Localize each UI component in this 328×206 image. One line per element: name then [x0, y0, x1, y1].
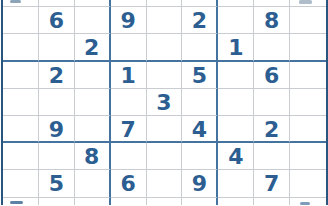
cell-r8c9[interactable]	[290, 170, 326, 197]
cell-r8c6[interactable]: 9	[182, 170, 218, 197]
cell-r6c1[interactable]	[3, 116, 39, 143]
cropped-digit-sliver-r1c1	[10, 0, 21, 3]
given-digit: 1	[120, 64, 135, 86]
cell-r9c2[interactable]	[39, 198, 75, 206]
cell-r4c4[interactable]: 1	[111, 62, 147, 89]
cell-r7c1[interactable]	[3, 143, 39, 170]
cell-r4c8[interactable]: 6	[254, 62, 290, 89]
cell-r5c7[interactable]	[218, 89, 254, 116]
given-digit: 4	[228, 146, 243, 168]
cell-r7c8[interactable]	[254, 143, 290, 170]
given-digit: 5	[49, 173, 64, 195]
given-digit: 6	[49, 10, 64, 32]
cell-r5c5[interactable]: 3	[147, 89, 183, 116]
cell-r5c9[interactable]	[290, 89, 326, 116]
cell-r4c2[interactable]: 2	[39, 62, 75, 89]
cell-r8c7[interactable]	[218, 170, 254, 197]
cell-r4c3[interactable]	[75, 62, 111, 89]
cell-r7c3[interactable]: 8	[75, 143, 111, 170]
cell-r7c9[interactable]	[290, 143, 326, 170]
cell-r2c7[interactable]	[218, 7, 254, 34]
cell-r9c7[interactable]	[218, 198, 254, 206]
cell-r2c3[interactable]	[75, 7, 111, 34]
cell-r7c7[interactable]: 4	[218, 143, 254, 170]
cell-r6c8[interactable]: 2	[254, 116, 290, 143]
given-digit: 9	[49, 118, 64, 140]
cell-r6c5[interactable]	[147, 116, 183, 143]
cell-r7c4[interactable]	[111, 143, 147, 170]
sudoku-screenshot: 692821215639742845697	[0, 0, 328, 205]
given-digit: 2	[192, 10, 207, 32]
given-digit: 9	[120, 10, 135, 32]
sudoku-board: 692821215639742845697	[1, 0, 328, 205]
cell-r7c6[interactable]	[182, 143, 218, 170]
cell-r1c4[interactable]	[111, 0, 147, 7]
cell-r2c4[interactable]: 9	[111, 7, 147, 34]
cell-r4c7[interactable]	[218, 62, 254, 89]
cell-r4c5[interactable]	[147, 62, 183, 89]
given-digit: 2	[84, 36, 99, 58]
cell-r3c1[interactable]	[3, 34, 39, 61]
given-digit: 4	[192, 118, 207, 140]
cell-r1c6[interactable]	[182, 0, 218, 7]
cell-r4c1[interactable]	[3, 62, 39, 89]
cell-r6c7[interactable]	[218, 116, 254, 143]
given-digit: 8	[84, 146, 99, 168]
cell-r1c7[interactable]	[218, 0, 254, 7]
cell-r8c2[interactable]: 5	[39, 170, 75, 197]
cell-r3c2[interactable]	[39, 34, 75, 61]
cell-r1c8[interactable]	[254, 0, 290, 7]
cell-r6c2[interactable]: 9	[39, 116, 75, 143]
cell-r5c1[interactable]	[3, 89, 39, 116]
cell-r8c5[interactable]	[147, 170, 183, 197]
cell-r9c5[interactable]	[147, 198, 183, 206]
cell-r2c8[interactable]: 8	[254, 7, 290, 34]
cell-r5c8[interactable]	[254, 89, 290, 116]
given-digit: 5	[192, 64, 207, 86]
cell-r9c6[interactable]	[182, 198, 218, 206]
given-digit: 2	[264, 118, 279, 140]
cell-r4c9[interactable]	[290, 62, 326, 89]
cell-r1c2[interactable]	[39, 0, 75, 7]
cell-r3c7[interactable]: 1	[218, 34, 254, 61]
cell-r9c8[interactable]	[254, 198, 290, 206]
cell-r1c5[interactable]	[147, 0, 183, 7]
cell-r2c9[interactable]	[290, 7, 326, 34]
given-digit: 7	[264, 173, 279, 195]
cropped-digit-sliver-r9c9	[300, 202, 310, 205]
cell-r2c1[interactable]	[3, 7, 39, 34]
cell-r2c2[interactable]: 6	[39, 7, 75, 34]
cell-r7c2[interactable]	[39, 143, 75, 170]
cell-r6c4[interactable]: 7	[111, 116, 147, 143]
given-digit: 3	[156, 91, 171, 113]
given-digit: 1	[228, 36, 243, 58]
cell-r3c6[interactable]	[182, 34, 218, 61]
cell-r3c3[interactable]: 2	[75, 34, 111, 61]
given-digit: 2	[49, 64, 64, 86]
given-digit: 8	[264, 10, 279, 32]
cell-r9c4[interactable]	[111, 198, 147, 206]
cell-r8c8[interactable]: 7	[254, 170, 290, 197]
cell-r6c6[interactable]: 4	[182, 116, 218, 143]
given-digit: 9	[192, 173, 207, 195]
cropped-digit-sliver-r9c1	[10, 201, 23, 204]
cell-r1c3[interactable]	[75, 0, 111, 7]
cell-r8c3[interactable]	[75, 170, 111, 197]
cell-r8c1[interactable]	[3, 170, 39, 197]
cell-r7c5[interactable]	[147, 143, 183, 170]
cell-r3c9[interactable]	[290, 34, 326, 61]
cell-r3c5[interactable]	[147, 34, 183, 61]
cell-r4c6[interactable]: 5	[182, 62, 218, 89]
cell-r8c4[interactable]: 6	[111, 170, 147, 197]
cell-r3c4[interactable]	[111, 34, 147, 61]
given-digit: 7	[120, 118, 135, 140]
cell-r2c6[interactable]: 2	[182, 7, 218, 34]
cell-r2c5[interactable]	[147, 7, 183, 34]
cell-r6c3[interactable]	[75, 116, 111, 143]
cell-r5c4[interactable]	[111, 89, 147, 116]
given-digit: 6	[120, 173, 135, 195]
cell-r5c6[interactable]	[182, 89, 218, 116]
cell-r6c9[interactable]	[290, 116, 326, 143]
cell-r3c8[interactable]	[254, 34, 290, 61]
given-digit: 6	[264, 64, 279, 86]
cell-r9c3[interactable]	[75, 198, 111, 206]
cell-r5c2[interactable]	[39, 89, 75, 116]
cropped-digit-sliver-r1c9	[299, 0, 312, 4]
cell-r5c3[interactable]	[75, 89, 111, 116]
